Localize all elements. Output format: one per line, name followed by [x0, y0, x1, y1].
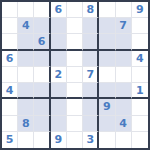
cell-r8c3[interactable]: [34, 116, 50, 132]
cell-r5c7[interactable]: [99, 67, 115, 83]
cell-r3c5[interactable]: [67, 34, 83, 50]
cell-r9c9[interactable]: [132, 132, 148, 148]
cell-r7c6[interactable]: [83, 99, 99, 115]
cell-r1c5[interactable]: [67, 2, 83, 18]
cell-r3c8[interactable]: [116, 34, 132, 50]
cell-r3c7[interactable]: [99, 34, 115, 50]
cell-r5c5[interactable]: [67, 67, 83, 83]
cell-r7c7[interactable]: 9: [99, 99, 115, 115]
cell-r6c2[interactable]: [18, 83, 34, 99]
cell-r5c4[interactable]: 2: [51, 67, 67, 83]
cell-r7c3[interactable]: [34, 99, 50, 115]
cell-r2c2[interactable]: 4: [18, 18, 34, 34]
cell-r6c4[interactable]: [51, 83, 67, 99]
cell-r5c8[interactable]: [116, 67, 132, 83]
cell-r9c3[interactable]: [34, 132, 50, 148]
cell-r9c2[interactable]: [18, 132, 34, 148]
cell-r9c6[interactable]: 3: [83, 132, 99, 148]
cell-r4c5[interactable]: [67, 51, 83, 67]
cell-r3c6[interactable]: [83, 34, 99, 50]
cell-r4c8[interactable]: [116, 51, 132, 67]
cell-r6c1[interactable]: 4: [2, 83, 18, 99]
cell-r4c4[interactable]: [51, 51, 67, 67]
cell-r6c6[interactable]: [83, 83, 99, 99]
cell-r5c3[interactable]: [34, 67, 50, 83]
cell-r9c4[interactable]: 9: [51, 132, 67, 148]
cell-r9c1[interactable]: 5: [2, 132, 18, 148]
cell-r1c8[interactable]: [116, 2, 132, 18]
cell-r8c9[interactable]: [132, 116, 148, 132]
cell-r4c6[interactable]: [83, 51, 99, 67]
cell-r9c7[interactable]: [99, 132, 115, 148]
cell-r2c1[interactable]: [2, 18, 18, 34]
cell-r2c9[interactable]: [132, 18, 148, 34]
sudoku-board: 689476642741984593: [0, 0, 150, 150]
cell-r9c5[interactable]: [67, 132, 83, 148]
cell-r3c9[interactable]: [132, 34, 148, 50]
cell-r6c5[interactable]: [67, 83, 83, 99]
cell-r4c9[interactable]: 4: [132, 51, 148, 67]
cell-r2c7[interactable]: [99, 18, 115, 34]
cell-r8c1[interactable]: [2, 116, 18, 132]
cell-r6c8[interactable]: [116, 83, 132, 99]
cell-r2c8[interactable]: 7: [116, 18, 132, 34]
cell-r7c1[interactable]: [2, 99, 18, 115]
cell-r2c4[interactable]: [51, 18, 67, 34]
cell-r3c2[interactable]: [18, 34, 34, 50]
cell-r3c4[interactable]: [51, 34, 67, 50]
cell-r5c9[interactable]: [132, 67, 148, 83]
cell-r1c6[interactable]: 8: [83, 2, 99, 18]
cell-r4c2[interactable]: [18, 51, 34, 67]
cell-r6c3[interactable]: [34, 83, 50, 99]
cell-r7c2[interactable]: [18, 99, 34, 115]
cell-r1c9[interactable]: 9: [132, 2, 148, 18]
cell-r4c3[interactable]: [34, 51, 50, 67]
cell-r1c4[interactable]: 6: [51, 2, 67, 18]
cell-r7c8[interactable]: [116, 99, 132, 115]
cell-r6c7[interactable]: [99, 83, 115, 99]
cell-r1c2[interactable]: [18, 2, 34, 18]
cell-r3c1[interactable]: [2, 34, 18, 50]
cell-r9c8[interactable]: [116, 132, 132, 148]
cell-r3c3[interactable]: 6: [34, 34, 50, 50]
cell-r5c6[interactable]: 7: [83, 67, 99, 83]
cell-r8c6[interactable]: [83, 116, 99, 132]
cell-r7c9[interactable]: [132, 99, 148, 115]
cell-r1c3[interactable]: [34, 2, 50, 18]
cell-r8c4[interactable]: [51, 116, 67, 132]
cell-r5c2[interactable]: [18, 67, 34, 83]
cell-r6c9[interactable]: 1: [132, 83, 148, 99]
cell-r8c2[interactable]: 8: [18, 116, 34, 132]
cell-r1c1[interactable]: [2, 2, 18, 18]
cell-r8c7[interactable]: [99, 116, 115, 132]
cell-r2c5[interactable]: [67, 18, 83, 34]
cell-r4c1[interactable]: 6: [2, 51, 18, 67]
cell-r1c7[interactable]: [99, 2, 115, 18]
cell-r7c5[interactable]: [67, 99, 83, 115]
cell-r7c4[interactable]: [51, 99, 67, 115]
cell-r4c7[interactable]: [99, 51, 115, 67]
cell-r8c8[interactable]: 4: [116, 116, 132, 132]
cell-r5c1[interactable]: [2, 67, 18, 83]
cell-r2c3[interactable]: [34, 18, 50, 34]
cell-r8c5[interactable]: [67, 116, 83, 132]
cell-r2c6[interactable]: [83, 18, 99, 34]
